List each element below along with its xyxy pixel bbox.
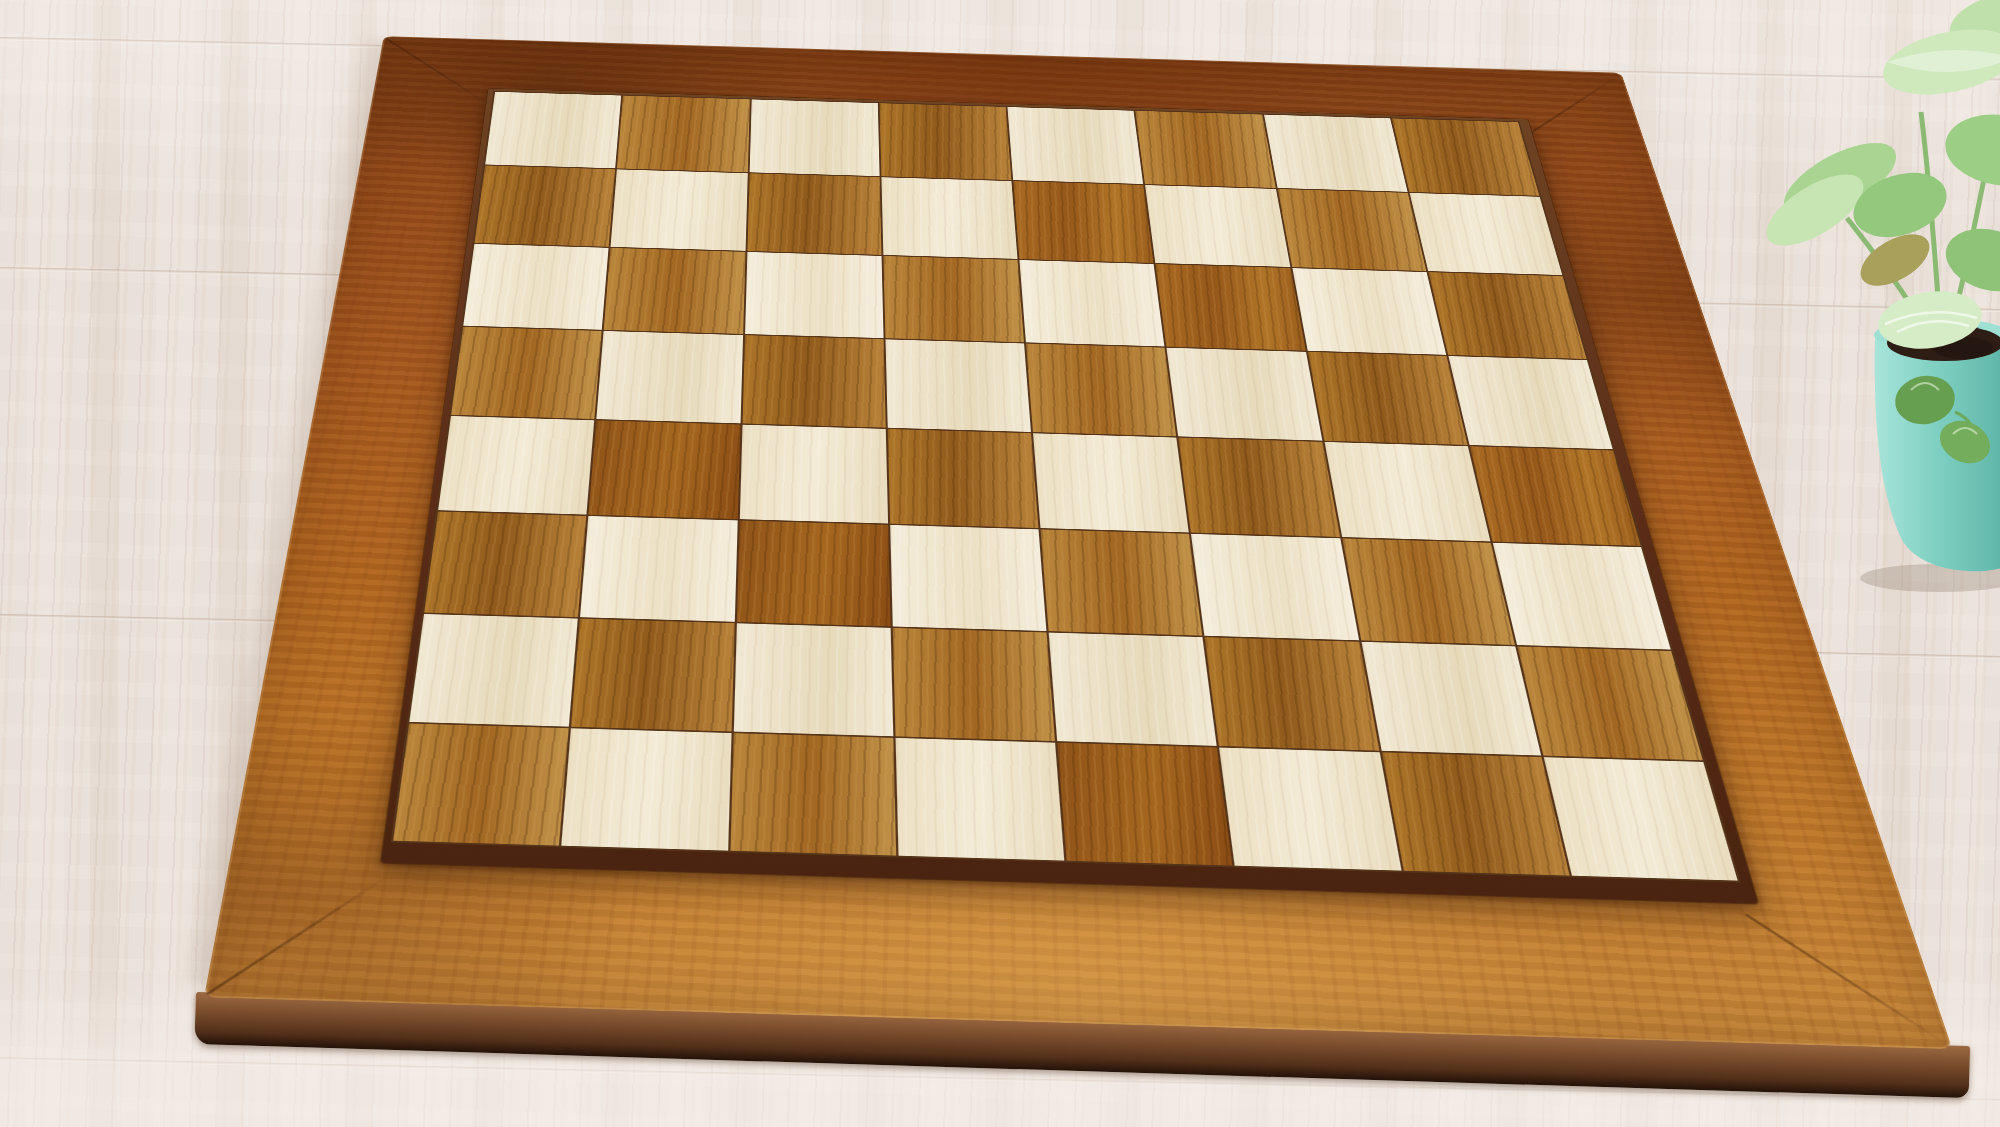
square-b2[interactable] [571, 618, 734, 731]
square-e5[interactable] [1026, 344, 1176, 437]
square-f4[interactable] [1179, 438, 1340, 537]
square-e3[interactable] [1041, 529, 1203, 635]
square-g5[interactable] [1307, 352, 1467, 445]
square-b8[interactable] [617, 96, 749, 172]
square-d8[interactable] [879, 103, 1011, 180]
square-g7[interactable] [1277, 189, 1426, 271]
square-c7[interactable] [747, 173, 881, 254]
plant-graphic [1725, 0, 2000, 622]
square-g4[interactable] [1324, 442, 1490, 541]
square-f6[interactable] [1156, 264, 1306, 351]
square-a8[interactable] [485, 92, 621, 168]
square-d2[interactable] [893, 628, 1055, 742]
square-c5[interactable] [742, 335, 885, 427]
square-a4[interactable] [438, 416, 594, 514]
square-d5[interactable] [885, 340, 1031, 432]
square-h4[interactable] [1470, 446, 1641, 545]
square-c4[interactable] [739, 425, 887, 524]
square-d1[interactable] [895, 738, 1064, 860]
scene-photo [0, 0, 2000, 1127]
square-a5[interactable] [451, 327, 602, 419]
square-h1[interactable] [1544, 757, 1738, 880]
square-h5[interactable] [1448, 356, 1613, 449]
square-c8[interactable] [749, 99, 879, 176]
square-a1[interactable] [393, 724, 569, 846]
square-f8[interactable] [1136, 111, 1276, 188]
square-a2[interactable] [409, 614, 578, 727]
square-b6[interactable] [604, 248, 745, 334]
square-g1[interactable] [1381, 753, 1569, 876]
square-f7[interactable] [1145, 185, 1290, 267]
square-g8[interactable] [1264, 115, 1408, 192]
square-h7[interactable] [1409, 193, 1562, 275]
square-b3[interactable] [580, 516, 737, 622]
square-f3[interactable] [1191, 534, 1358, 640]
square-g2[interactable] [1361, 641, 1541, 755]
square-e1[interactable] [1057, 743, 1232, 866]
square-e6[interactable] [1019, 260, 1164, 347]
square-b1[interactable] [562, 729, 731, 851]
square-g6[interactable] [1292, 268, 1446, 355]
board-grid [391, 91, 1741, 883]
square-h2[interactable] [1517, 646, 1703, 760]
square-d4[interactable] [888, 429, 1039, 528]
square-d7[interactable] [881, 177, 1017, 258]
square-e4[interactable] [1033, 433, 1189, 532]
square-f1[interactable] [1219, 748, 1401, 871]
square-a6[interactable] [463, 244, 609, 330]
miter-joint-bottom-left [206, 873, 392, 995]
square-c1[interactable] [730, 733, 896, 855]
square-a3[interactable] [424, 511, 586, 616]
square-e7[interactable] [1013, 181, 1153, 263]
square-d6[interactable] [883, 256, 1024, 343]
square-b5[interactable] [597, 331, 743, 423]
square-e2[interactable] [1049, 632, 1217, 746]
potted-plant [1725, 0, 2000, 622]
playing-panel [381, 89, 1758, 904]
square-g3[interactable] [1342, 538, 1515, 644]
square-f2[interactable] [1205, 637, 1379, 751]
square-b4[interactable] [589, 420, 740, 519]
square-h6[interactable] [1428, 272, 1586, 359]
square-b7[interactable] [611, 169, 748, 250]
square-h3[interactable] [1492, 543, 1670, 650]
miter-joint-top-right [1520, 74, 1621, 140]
square-h8[interactable] [1392, 118, 1540, 195]
leaf [1941, 108, 2000, 193]
square-a7[interactable] [475, 165, 616, 246]
square-c2[interactable] [733, 623, 893, 737]
square-e8[interactable] [1007, 107, 1143, 184]
square-f5[interactable] [1167, 348, 1322, 441]
square-c6[interactable] [745, 252, 884, 339]
miter-joint-top-left [384, 37, 495, 109]
square-c3[interactable] [736, 520, 890, 626]
square-d3[interactable] [890, 525, 1046, 631]
leaf [1939, 219, 2000, 300]
